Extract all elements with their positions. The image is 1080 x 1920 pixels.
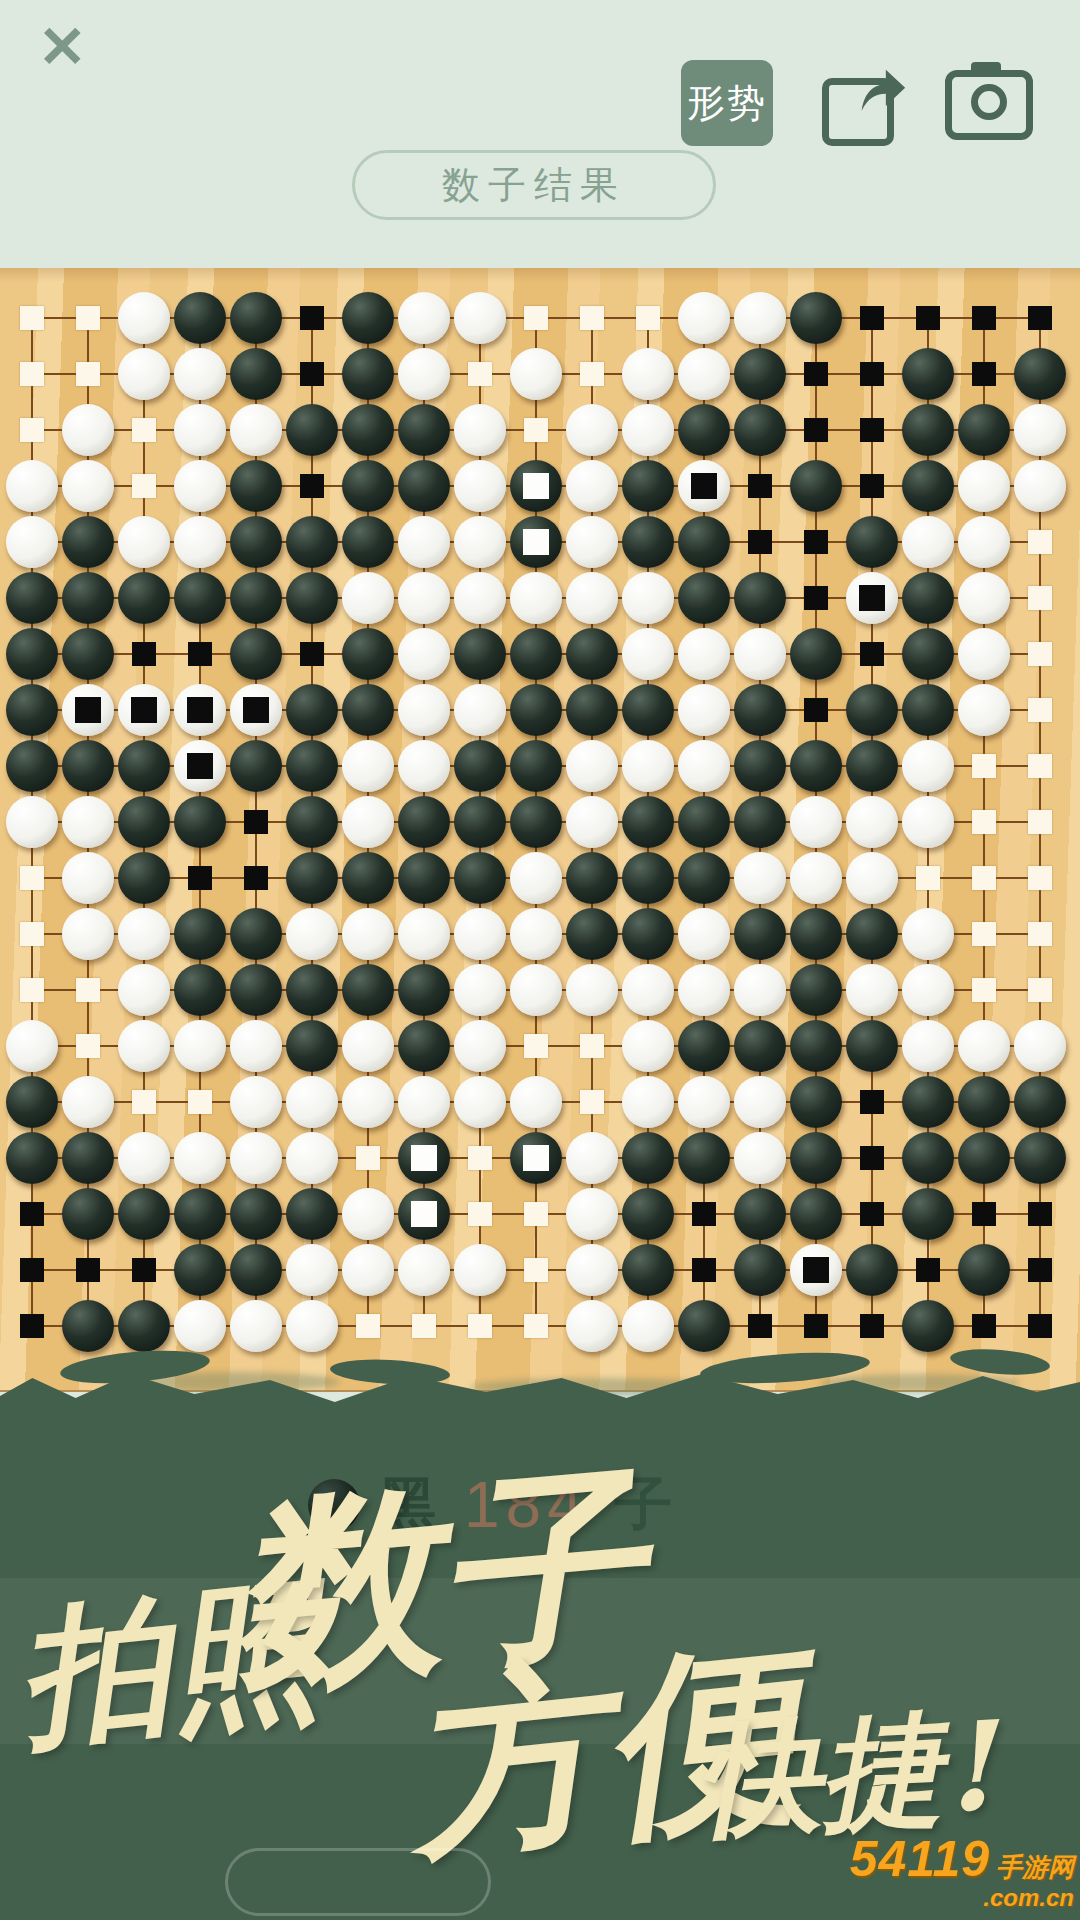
white-stone	[398, 740, 450, 792]
black-stone	[734, 1188, 786, 1240]
white-stone	[958, 572, 1010, 624]
white-territory-marker	[76, 306, 100, 330]
white-territory-marker	[1028, 978, 1052, 1002]
black-territory-marker	[860, 1202, 884, 1226]
white-stone	[566, 1244, 618, 1296]
dead-stone-marker	[187, 697, 213, 723]
white-territory-marker	[76, 1034, 100, 1058]
white-territory-marker	[636, 306, 660, 330]
black-stone	[734, 348, 786, 400]
black-stone	[622, 460, 674, 512]
hidden-button-outline[interactable]	[225, 1848, 491, 1916]
black-stone	[118, 852, 170, 904]
white-stone	[62, 684, 114, 736]
white-stone	[398, 572, 450, 624]
white-territory-marker	[524, 306, 548, 330]
black-territory-marker	[20, 1314, 44, 1338]
black-territory-marker	[748, 474, 772, 498]
white-stone	[566, 1188, 618, 1240]
white-stone	[1014, 404, 1066, 456]
black-territory-marker	[300, 642, 324, 666]
white-stone	[118, 348, 170, 400]
slogan-kuaijie: 快捷!	[695, 1704, 999, 1841]
white-stone	[342, 572, 394, 624]
black-stone	[6, 684, 58, 736]
black-stone	[846, 740, 898, 792]
white-territory-marker	[580, 362, 604, 386]
white-territory-marker	[356, 1146, 380, 1170]
go-board	[0, 268, 1080, 1392]
black-stone	[1014, 1076, 1066, 1128]
white-stone	[454, 1020, 506, 1072]
white-stone	[174, 1020, 226, 1072]
white-stone	[230, 404, 282, 456]
white-stone	[118, 684, 170, 736]
black-territory-marker	[748, 1314, 772, 1338]
black-stone	[846, 1244, 898, 1296]
white-stone	[734, 852, 786, 904]
black-territory-marker	[804, 1314, 828, 1338]
white-stone	[622, 404, 674, 456]
white-stone	[398, 628, 450, 680]
black-stone	[1014, 1132, 1066, 1184]
white-stone	[846, 964, 898, 1016]
black-stone	[790, 1076, 842, 1128]
white-stone	[510, 852, 562, 904]
dead-stone-marker	[523, 473, 549, 499]
black-stone	[510, 740, 562, 792]
black-stone	[790, 292, 842, 344]
black-territory-marker	[860, 1314, 884, 1338]
white-stone	[510, 348, 562, 400]
white-territory-marker	[356, 1314, 380, 1338]
white-territory-marker	[580, 306, 604, 330]
black-stone	[734, 740, 786, 792]
black-stone	[510, 684, 562, 736]
black-stone	[398, 852, 450, 904]
white-stone	[118, 908, 170, 960]
white-stone	[734, 1076, 786, 1128]
white-stone	[286, 1244, 338, 1296]
white-stone	[230, 1076, 282, 1128]
black-stone	[790, 1020, 842, 1072]
white-stone	[342, 1244, 394, 1296]
white-territory-marker	[972, 754, 996, 778]
black-stone	[678, 516, 730, 568]
white-stone	[678, 628, 730, 680]
black-territory-marker	[300, 474, 324, 498]
white-stone	[118, 516, 170, 568]
black-stone	[902, 404, 954, 456]
black-territory-marker	[860, 306, 884, 330]
white-stone	[230, 1132, 282, 1184]
black-stone	[566, 852, 618, 904]
white-stone	[118, 292, 170, 344]
white-stone	[566, 796, 618, 848]
white-territory-marker	[580, 1034, 604, 1058]
black-stone	[286, 852, 338, 904]
white-stone	[678, 1076, 730, 1128]
black-territory-marker	[300, 306, 324, 330]
black-territory-marker	[692, 1202, 716, 1226]
black-stone	[622, 908, 674, 960]
white-stone	[454, 964, 506, 1016]
black-stone	[958, 1132, 1010, 1184]
black-stone	[230, 964, 282, 1016]
black-territory-marker	[300, 362, 324, 386]
black-stone	[118, 1300, 170, 1352]
black-territory-marker	[1028, 1202, 1052, 1226]
black-stone	[62, 516, 114, 568]
black-stone	[678, 1132, 730, 1184]
white-territory-marker	[468, 1146, 492, 1170]
white-territory-marker	[972, 922, 996, 946]
white-stone	[902, 796, 954, 848]
white-stone	[398, 516, 450, 568]
white-stone	[342, 740, 394, 792]
white-stone	[454, 1244, 506, 1296]
black-stone	[342, 852, 394, 904]
black-stone	[6, 1132, 58, 1184]
white-stone	[958, 460, 1010, 512]
black-stone	[286, 1188, 338, 1240]
black-stone	[734, 572, 786, 624]
white-territory-marker	[1028, 698, 1052, 722]
white-stone	[342, 1076, 394, 1128]
white-stone	[510, 1076, 562, 1128]
white-stone	[622, 1076, 674, 1128]
black-territory-marker	[804, 530, 828, 554]
black-stone	[454, 796, 506, 848]
white-territory-marker	[524, 1034, 548, 1058]
white-stone	[902, 1020, 954, 1072]
black-stone	[342, 964, 394, 1016]
black-stone	[1014, 348, 1066, 400]
white-stone	[342, 1020, 394, 1072]
black-stone	[174, 1188, 226, 1240]
white-stone	[342, 908, 394, 960]
black-stone	[286, 572, 338, 624]
close-icon[interactable]: ✕	[38, 18, 87, 76]
black-stone	[6, 628, 58, 680]
white-stone	[342, 1188, 394, 1240]
white-stone	[1014, 1020, 1066, 1072]
white-stone	[958, 1020, 1010, 1072]
white-stone	[566, 740, 618, 792]
black-territory-marker	[972, 306, 996, 330]
black-territory-marker	[188, 642, 212, 666]
black-territory-marker	[244, 810, 268, 834]
white-stone	[902, 964, 954, 1016]
white-stone	[6, 516, 58, 568]
white-territory-marker	[524, 1258, 548, 1282]
white-stone	[510, 908, 562, 960]
black-stone	[62, 628, 114, 680]
white-stone	[678, 740, 730, 792]
black-stone	[958, 404, 1010, 456]
black-stone	[230, 348, 282, 400]
result-title-pill: 数子结果	[352, 150, 716, 220]
white-stone	[230, 1020, 282, 1072]
white-stone	[622, 572, 674, 624]
black-stone	[902, 460, 954, 512]
white-territory-marker	[412, 1314, 436, 1338]
black-stone	[230, 1244, 282, 1296]
black-stone	[734, 1244, 786, 1296]
black-stone	[118, 796, 170, 848]
black-territory-marker	[972, 1314, 996, 1338]
white-territory-marker	[524, 418, 548, 442]
black-territory-marker	[804, 698, 828, 722]
black-stone	[622, 1132, 674, 1184]
black-stone	[230, 572, 282, 624]
black-stone	[734, 908, 786, 960]
white-territory-marker	[132, 418, 156, 442]
black-stone	[6, 740, 58, 792]
white-territory-marker	[524, 1202, 548, 1226]
white-stone	[678, 460, 730, 512]
dead-stone-marker	[411, 1201, 437, 1227]
black-stone	[398, 404, 450, 456]
black-stone	[902, 684, 954, 736]
white-stone	[678, 964, 730, 1016]
white-stone	[118, 1132, 170, 1184]
black-stone	[790, 740, 842, 792]
black-territory-marker	[860, 362, 884, 386]
black-stone	[118, 572, 170, 624]
black-stone	[230, 516, 282, 568]
white-stone	[174, 1132, 226, 1184]
black-territory-marker	[188, 866, 212, 890]
white-stone	[174, 684, 226, 736]
white-territory-marker	[580, 1090, 604, 1114]
white-stone	[62, 796, 114, 848]
black-stone	[790, 460, 842, 512]
white-stone	[454, 460, 506, 512]
watermark-sub: .com.cn	[850, 1886, 1074, 1910]
camera-icon[interactable]	[945, 70, 1033, 140]
black-territory-marker	[76, 1258, 100, 1282]
white-stone	[62, 908, 114, 960]
black-stone	[846, 908, 898, 960]
black-stone	[398, 460, 450, 512]
dead-stone-marker	[411, 1145, 437, 1171]
black-stone	[6, 572, 58, 624]
black-stone	[286, 516, 338, 568]
black-stone	[342, 404, 394, 456]
black-territory-marker	[748, 530, 772, 554]
white-stone	[622, 628, 674, 680]
black-stone	[174, 292, 226, 344]
white-stone	[398, 348, 450, 400]
white-stone	[622, 1300, 674, 1352]
white-stone	[622, 348, 674, 400]
black-stone	[510, 796, 562, 848]
black-territory-marker	[860, 474, 884, 498]
white-stone	[622, 1020, 674, 1072]
black-territory-marker	[132, 642, 156, 666]
black-stone	[230, 460, 282, 512]
situation-button[interactable]: 形势	[681, 60, 773, 146]
white-territory-marker	[76, 362, 100, 386]
white-territory-marker	[972, 978, 996, 1002]
white-territory-marker	[20, 418, 44, 442]
white-stone	[174, 516, 226, 568]
black-territory-marker	[244, 866, 268, 890]
white-stone	[398, 1076, 450, 1128]
white-territory-marker	[1028, 586, 1052, 610]
black-stone	[902, 1300, 954, 1352]
white-stone	[286, 1076, 338, 1128]
black-stone	[510, 628, 562, 680]
black-stone	[678, 572, 730, 624]
black-stone	[790, 1132, 842, 1184]
black-stone	[174, 572, 226, 624]
white-territory-marker	[20, 866, 44, 890]
white-stone	[1014, 460, 1066, 512]
white-stone	[566, 1300, 618, 1352]
black-stone	[902, 348, 954, 400]
dead-stone-marker	[691, 473, 717, 499]
white-territory-marker	[76, 978, 100, 1002]
white-stone	[454, 572, 506, 624]
white-stone	[790, 852, 842, 904]
black-stone	[62, 740, 114, 792]
black-territory-marker	[804, 586, 828, 610]
black-territory-marker	[972, 1202, 996, 1226]
black-territory-marker	[804, 362, 828, 386]
black-stone	[566, 628, 618, 680]
black-stone	[734, 404, 786, 456]
black-stone	[958, 1076, 1010, 1128]
black-stone	[454, 628, 506, 680]
dead-stone-marker	[243, 697, 269, 723]
white-stone	[174, 740, 226, 792]
white-stone	[846, 852, 898, 904]
black-stone	[678, 404, 730, 456]
white-stone	[678, 684, 730, 736]
dead-stone-marker	[523, 1145, 549, 1171]
black-stone	[342, 292, 394, 344]
white-territory-marker	[20, 922, 44, 946]
black-stone	[174, 796, 226, 848]
black-territory-marker	[860, 1146, 884, 1170]
black-stone	[622, 796, 674, 848]
white-stone	[678, 292, 730, 344]
white-stone	[566, 964, 618, 1016]
white-stone	[230, 1300, 282, 1352]
white-stone	[174, 1300, 226, 1352]
white-stone	[734, 292, 786, 344]
white-stone	[398, 908, 450, 960]
dead-stone-marker	[523, 529, 549, 555]
black-stone	[286, 404, 338, 456]
white-stone	[342, 796, 394, 848]
white-stone	[734, 628, 786, 680]
black-territory-marker	[916, 306, 940, 330]
black-territory-marker	[1028, 1258, 1052, 1282]
black-stone	[734, 796, 786, 848]
black-stone	[398, 1132, 450, 1184]
white-territory-marker	[132, 1090, 156, 1114]
white-stone	[286, 908, 338, 960]
dead-stone-marker	[131, 697, 157, 723]
white-stone	[454, 516, 506, 568]
white-territory-marker	[1028, 530, 1052, 554]
black-stone	[678, 1300, 730, 1352]
white-territory-marker	[1028, 810, 1052, 834]
white-stone	[398, 1244, 450, 1296]
white-stone	[398, 292, 450, 344]
black-stone	[454, 852, 506, 904]
black-stone	[286, 964, 338, 1016]
black-stone	[902, 572, 954, 624]
white-stone	[566, 516, 618, 568]
white-stone	[790, 1244, 842, 1296]
white-territory-marker	[916, 866, 940, 890]
white-territory-marker	[1028, 922, 1052, 946]
white-stone	[510, 964, 562, 1016]
white-stone	[566, 404, 618, 456]
black-stone	[510, 460, 562, 512]
white-stone	[174, 348, 226, 400]
black-stone	[790, 628, 842, 680]
black-stone	[174, 964, 226, 1016]
white-territory-marker	[1028, 754, 1052, 778]
black-stone	[846, 1020, 898, 1072]
black-stone	[230, 628, 282, 680]
black-territory-marker	[804, 418, 828, 442]
white-stone	[174, 460, 226, 512]
black-stone	[230, 292, 282, 344]
watermark-main: 54119	[850, 1834, 990, 1884]
black-stone	[902, 1076, 954, 1128]
black-stone	[622, 1244, 674, 1296]
black-stone	[790, 1188, 842, 1240]
white-stone	[6, 460, 58, 512]
black-territory-marker	[1028, 306, 1052, 330]
black-stone	[846, 684, 898, 736]
black-territory-marker	[1028, 1314, 1052, 1338]
dead-stone-marker	[187, 753, 213, 779]
black-territory-marker	[916, 1258, 940, 1282]
white-territory-marker	[20, 362, 44, 386]
share-icon[interactable]	[822, 66, 908, 146]
black-territory-marker	[860, 418, 884, 442]
white-stone	[62, 1076, 114, 1128]
black-stone	[622, 516, 674, 568]
watermark-tag: 手游网	[996, 1854, 1074, 1880]
white-stone	[678, 348, 730, 400]
share-arrow-icon	[850, 60, 912, 118]
black-stone	[342, 348, 394, 400]
white-stone	[454, 292, 506, 344]
white-stone	[902, 516, 954, 568]
black-stone	[678, 1020, 730, 1072]
black-territory-marker	[860, 642, 884, 666]
black-stone	[398, 1188, 450, 1240]
white-stone	[566, 1132, 618, 1184]
white-stone	[118, 964, 170, 1016]
dead-stone-marker	[859, 585, 885, 611]
white-stone	[118, 1020, 170, 1072]
white-stone	[174, 404, 226, 456]
black-stone	[902, 1188, 954, 1240]
black-territory-marker	[20, 1258, 44, 1282]
black-stone	[62, 1188, 114, 1240]
black-stone	[342, 684, 394, 736]
black-stone	[6, 1076, 58, 1128]
